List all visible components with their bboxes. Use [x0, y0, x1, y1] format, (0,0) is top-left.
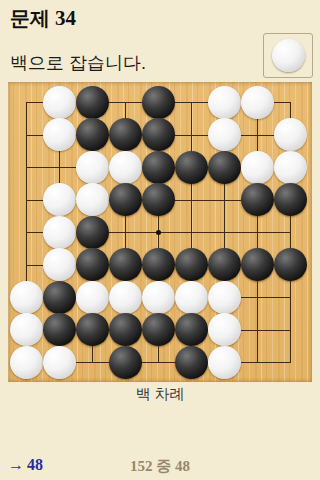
black-stone: [76, 86, 109, 119]
white-stone: [274, 151, 307, 184]
black-stone: [76, 313, 109, 346]
black-stone: [208, 151, 241, 184]
white-stone: [274, 118, 307, 151]
black-stone: [274, 183, 307, 216]
white-stone: [109, 281, 142, 314]
white-stone-icon: [272, 39, 305, 72]
go-board[interactable]: [8, 82, 312, 382]
white-stone: [10, 281, 43, 314]
white-stone: [76, 151, 109, 184]
white-stone: [43, 118, 76, 151]
white-stone: [208, 281, 241, 314]
black-stone: [142, 183, 175, 216]
white-stone: [208, 86, 241, 119]
grid-line: [257, 102, 258, 363]
white-stone: [43, 86, 76, 119]
turn-indicator-box: [263, 33, 313, 78]
problem-screen: 문제34 백으로 잡습니다. 백 차례 →48 152 중 48: [0, 0, 320, 480]
page-title: 문제34: [10, 5, 76, 32]
white-stone: [208, 346, 241, 379]
black-stone: [109, 313, 142, 346]
white-stone: [43, 216, 76, 249]
black-stone: [274, 248, 307, 281]
black-stone: [142, 248, 175, 281]
title-prefix: 문제: [10, 7, 50, 29]
black-stone: [142, 86, 175, 119]
title-number: 34: [55, 6, 76, 30]
black-stone: [76, 118, 109, 151]
white-stone: [10, 346, 43, 379]
white-stone: [43, 248, 76, 281]
black-stone: [208, 248, 241, 281]
black-stone: [43, 281, 76, 314]
white-stone: [175, 281, 208, 314]
turn-label: 백 차례: [0, 385, 320, 404]
black-stone: [76, 216, 109, 249]
white-stone: [43, 346, 76, 379]
problem-instruction: 백으로 잡습니다.: [10, 51, 146, 75]
white-stone: [10, 313, 43, 346]
black-stone: [109, 118, 142, 151]
black-stone: [175, 313, 208, 346]
black-stone: [241, 183, 274, 216]
white-stone: [76, 281, 109, 314]
black-stone: [43, 313, 76, 346]
black-stone: [175, 248, 208, 281]
black-stone: [142, 313, 175, 346]
white-stone: [208, 313, 241, 346]
progress-counter: 152 중 48: [0, 457, 320, 476]
black-stone: [109, 248, 142, 281]
black-stone: [109, 346, 142, 379]
black-stone: [76, 248, 109, 281]
black-stone: [175, 151, 208, 184]
white-stone: [76, 183, 109, 216]
white-stone: [142, 281, 175, 314]
white-stone: [109, 151, 142, 184]
black-stone: [241, 248, 274, 281]
black-stone: [175, 346, 208, 379]
black-stone: [142, 118, 175, 151]
star-point: [156, 230, 161, 235]
white-stone: [241, 151, 274, 184]
white-stone: [43, 183, 76, 216]
white-stone: [208, 118, 241, 151]
black-stone: [142, 151, 175, 184]
white-stone: [241, 86, 274, 119]
black-stone: [109, 183, 142, 216]
